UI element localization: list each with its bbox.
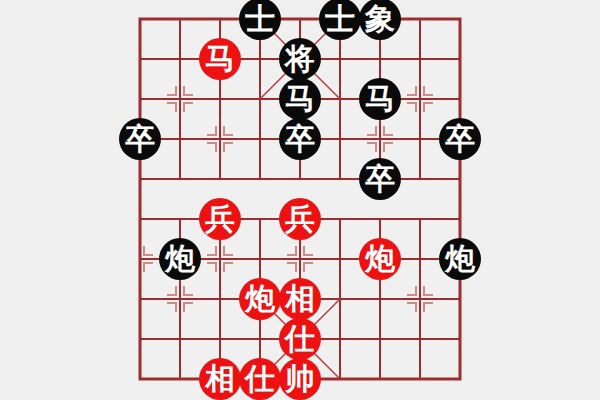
piece-red-soldier[interactable]: 兵 (279, 198, 321, 240)
piece-red-general[interactable]: 帅 (279, 358, 321, 400)
xiangqi-board[interactable]: 士士象马将马马卒卒卒卒兵兵炮炮炮炮相仕相仕帅 (0, 0, 600, 400)
piece-red-advisor[interactable]: 仕 (239, 358, 281, 400)
piece-black-advisor[interactable]: 士 (319, 0, 361, 40)
piece-black-cannon[interactable]: 炮 (159, 238, 201, 280)
piece-black-soldier[interactable]: 卒 (359, 158, 401, 200)
piece-red-advisor[interactable]: 仕 (279, 318, 321, 360)
piece-black-soldier[interactable]: 卒 (439, 118, 481, 160)
piece-black-advisor[interactable]: 士 (239, 0, 281, 40)
piece-black-general[interactable]: 将 (279, 38, 321, 80)
piece-red-elephant[interactable]: 相 (199, 358, 241, 400)
screenshot-root: 士士象马将马马卒卒卒卒兵兵炮炮炮炮相仕相仕帅 (0, 0, 600, 400)
piece-red-elephant[interactable]: 相 (279, 278, 321, 320)
piece-black-soldier[interactable]: 卒 (279, 118, 321, 160)
piece-black-cannon[interactable]: 炮 (439, 238, 481, 280)
piece-red-soldier[interactable]: 兵 (199, 198, 241, 240)
pieces-layer: 士士象马将马马卒卒卒卒兵兵炮炮炮炮相仕相仕帅 (0, 0, 600, 400)
piece-black-horse[interactable]: 马 (279, 78, 321, 120)
piece-red-cannon[interactable]: 炮 (239, 278, 281, 320)
piece-black-elephant[interactable]: 象 (359, 0, 401, 40)
piece-black-soldier[interactable]: 卒 (119, 118, 161, 160)
piece-red-horse[interactable]: 马 (199, 38, 241, 80)
piece-black-horse[interactable]: 马 (359, 78, 401, 120)
piece-red-cannon[interactable]: 炮 (359, 238, 401, 280)
